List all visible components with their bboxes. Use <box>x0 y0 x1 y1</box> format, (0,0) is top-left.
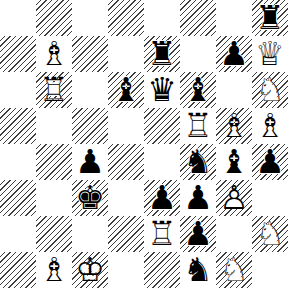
white-knight[interactable]: ♞♘ <box>252 216 288 252</box>
square-c5[interactable] <box>72 108 108 144</box>
white-rook[interactable]: ♜♖ <box>180 108 216 144</box>
black-knight[interactable]: ♞ <box>180 252 216 288</box>
black-knight[interactable]: ♞ <box>180 144 216 180</box>
square-g8[interactable] <box>216 0 252 36</box>
black-bishop-glyph: ♝ <box>216 144 252 180</box>
square-h6[interactable]: ♞♘ <box>252 72 288 108</box>
square-e3[interactable]: ♟ <box>144 180 180 216</box>
square-h3[interactable] <box>252 180 288 216</box>
black-pawn-glyph: ♟ <box>72 144 108 180</box>
square-f8[interactable] <box>180 0 216 36</box>
square-g5[interactable]: ♝♗ <box>216 108 252 144</box>
square-h2[interactable]: ♞♘ <box>252 216 288 252</box>
square-f4[interactable]: ♞ <box>180 144 216 180</box>
black-pawn-glyph: ♟ <box>180 180 216 216</box>
black-pawn[interactable]: ♟ <box>180 180 216 216</box>
square-g3[interactable]: ♟♙ <box>216 180 252 216</box>
square-h7[interactable]: ♛♕ <box>252 36 288 72</box>
white-queen[interactable]: ♛♕ <box>252 36 288 72</box>
square-d4[interactable] <box>108 144 144 180</box>
white-rook-glyph: ♖ <box>36 72 72 108</box>
square-e8[interactable] <box>144 0 180 36</box>
black-bishop-glyph: ♝ <box>180 72 216 108</box>
square-c7[interactable] <box>72 36 108 72</box>
black-queen[interactable]: ♛ <box>144 72 180 108</box>
white-knight[interactable]: ♞♘ <box>252 72 288 108</box>
square-e2[interactable]: ♜♖ <box>144 216 180 252</box>
square-c4[interactable]: ♟ <box>72 144 108 180</box>
square-h5[interactable]: ♝♗ <box>252 108 288 144</box>
white-bishop[interactable]: ♝♗ <box>252 108 288 144</box>
square-d7[interactable] <box>108 36 144 72</box>
black-rook-glyph: ♜ <box>252 0 288 36</box>
square-d2[interactable] <box>108 216 144 252</box>
white-bishop[interactable]: ♝♗ <box>216 108 252 144</box>
black-rook[interactable]: ♜ <box>252 0 288 36</box>
square-b4[interactable] <box>36 144 72 180</box>
square-e6[interactable]: ♛ <box>144 72 180 108</box>
white-pawn[interactable]: ♟♙ <box>216 180 252 216</box>
black-pawn-glyph: ♟ <box>252 144 288 180</box>
square-f5[interactable]: ♜♖ <box>180 108 216 144</box>
square-b2[interactable] <box>36 216 72 252</box>
black-pawn[interactable]: ♟ <box>180 216 216 252</box>
square-d5[interactable] <box>108 108 144 144</box>
square-b7[interactable]: ♝♗ <box>36 36 72 72</box>
white-bishop[interactable]: ♝♗ <box>36 36 72 72</box>
chess-board: ♜♝♗♜♟♛♕♜♖♝♛♝♞♘♜♖♝♗♝♗♟♞♝♟♚♟♟♟♙♜♖♟♞♘♝♗♚♔♞♞… <box>0 0 288 288</box>
square-e4[interactable] <box>144 144 180 180</box>
square-c1[interactable]: ♚♔ <box>72 252 108 288</box>
square-a8[interactable] <box>0 0 36 36</box>
white-knight-glyph: ♘ <box>216 252 252 288</box>
black-bishop[interactable]: ♝ <box>216 144 252 180</box>
square-c6[interactable] <box>72 72 108 108</box>
black-pawn[interactable]: ♟ <box>216 36 252 72</box>
black-rook[interactable]: ♜ <box>144 36 180 72</box>
square-g2[interactable] <box>216 216 252 252</box>
black-queen-glyph: ♛ <box>144 72 180 108</box>
square-a3[interactable] <box>0 180 36 216</box>
square-d6[interactable]: ♝ <box>108 72 144 108</box>
square-f2[interactable]: ♟ <box>180 216 216 252</box>
square-h1[interactable] <box>252 252 288 288</box>
black-pawn-glyph: ♟ <box>144 180 180 216</box>
square-f6[interactable]: ♝ <box>180 72 216 108</box>
square-d8[interactable] <box>108 0 144 36</box>
black-king-glyph: ♚ <box>72 180 108 216</box>
square-a5[interactable] <box>0 108 36 144</box>
square-e5[interactable] <box>144 108 180 144</box>
black-bishop[interactable]: ♝ <box>108 72 144 108</box>
black-pawn[interactable]: ♟ <box>72 144 108 180</box>
black-pawn[interactable]: ♟ <box>252 144 288 180</box>
black-knight-glyph: ♞ <box>180 252 216 288</box>
square-h4[interactable]: ♟ <box>252 144 288 180</box>
square-a4[interactable] <box>0 144 36 180</box>
white-knight-glyph: ♘ <box>252 216 288 252</box>
square-b6[interactable]: ♜♖ <box>36 72 72 108</box>
white-king-glyph: ♔ <box>72 252 108 288</box>
white-bishop[interactable]: ♝♗ <box>36 252 72 288</box>
black-knight-glyph: ♞ <box>180 144 216 180</box>
square-h8[interactable]: ♜ <box>252 0 288 36</box>
square-g7[interactable]: ♟ <box>216 36 252 72</box>
square-a2[interactable] <box>0 216 36 252</box>
black-rook-glyph: ♜ <box>144 36 180 72</box>
white-pawn-glyph: ♙ <box>216 180 252 216</box>
square-a7[interactable] <box>0 36 36 72</box>
square-b3[interactable] <box>36 180 72 216</box>
white-king[interactable]: ♚♔ <box>72 252 108 288</box>
square-f1[interactable]: ♞ <box>180 252 216 288</box>
white-bishop-glyph: ♗ <box>216 108 252 144</box>
square-g1[interactable]: ♞♘ <box>216 252 252 288</box>
square-d1[interactable] <box>108 252 144 288</box>
square-c2[interactable] <box>72 216 108 252</box>
black-king[interactable]: ♚ <box>72 180 108 216</box>
square-c8[interactable] <box>72 0 108 36</box>
square-a1[interactable] <box>0 252 36 288</box>
white-bishop-glyph: ♗ <box>36 36 72 72</box>
square-b5[interactable] <box>36 108 72 144</box>
square-b1[interactable]: ♝♗ <box>36 252 72 288</box>
square-e7[interactable]: ♜ <box>144 36 180 72</box>
square-g6[interactable] <box>216 72 252 108</box>
black-pawn-glyph: ♟ <box>216 36 252 72</box>
square-f7[interactable] <box>180 36 216 72</box>
square-d3[interactable] <box>108 180 144 216</box>
white-rook[interactable]: ♜♖ <box>36 72 72 108</box>
square-b8[interactable] <box>36 0 72 36</box>
white-bishop-glyph: ♗ <box>36 252 72 288</box>
white-rook-glyph: ♖ <box>144 216 180 252</box>
square-f3[interactable]: ♟ <box>180 180 216 216</box>
black-pawn-glyph: ♟ <box>180 216 216 252</box>
square-a6[interactable] <box>0 72 36 108</box>
square-c3[interactable]: ♚ <box>72 180 108 216</box>
square-g4[interactable]: ♝ <box>216 144 252 180</box>
white-bishop-glyph: ♗ <box>252 108 288 144</box>
white-rook-glyph: ♖ <box>180 108 216 144</box>
white-rook[interactable]: ♜♖ <box>144 216 180 252</box>
black-pawn[interactable]: ♟ <box>144 180 180 216</box>
black-bishop[interactable]: ♝ <box>180 72 216 108</box>
white-knight-glyph: ♘ <box>252 72 288 108</box>
white-knight[interactable]: ♞♘ <box>216 252 252 288</box>
square-e1[interactable] <box>144 252 180 288</box>
white-queen-glyph: ♕ <box>252 36 288 72</box>
black-bishop-glyph: ♝ <box>108 72 144 108</box>
